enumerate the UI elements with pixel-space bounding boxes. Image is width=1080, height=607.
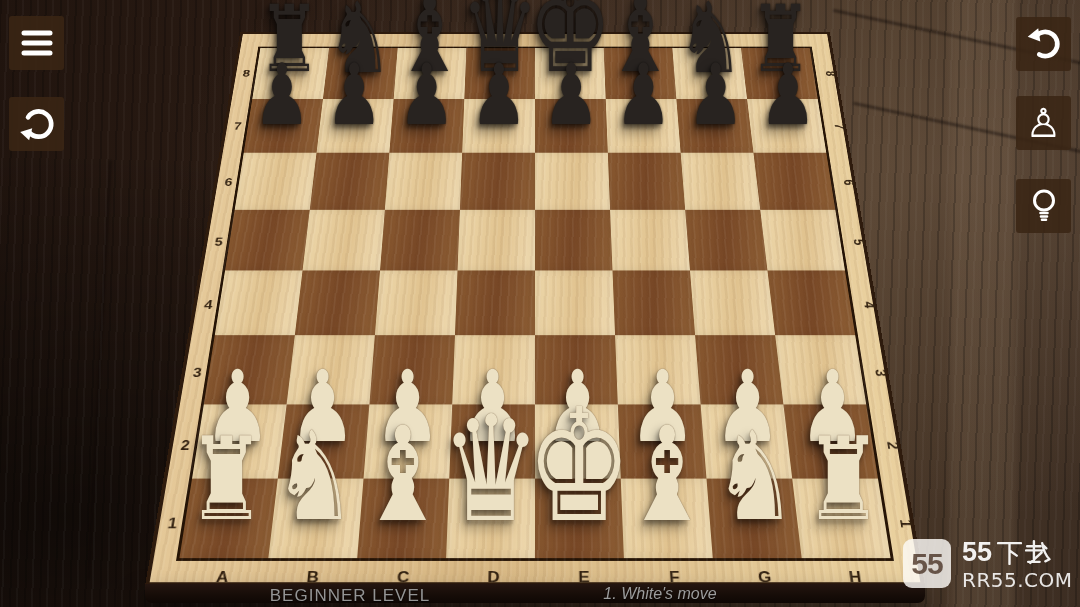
rank-label-right-1: 1 <box>895 519 916 528</box>
piece-black-pawn-e7[interactable]: ♟ <box>542 53 599 137</box>
rank-label-right-4: 4 <box>859 302 878 309</box>
square-f6[interactable] <box>608 153 685 210</box>
piece-white-rook-h1[interactable]: ♜ <box>804 423 882 538</box>
square-c6[interactable] <box>385 153 462 210</box>
rank-label-right-6: 6 <box>839 179 857 185</box>
wood-seam <box>87 160 112 580</box>
rank-label-left-3: 3 <box>192 366 204 381</box>
rank-label-right-3: 3 <box>870 369 889 377</box>
board-front-edge <box>145 584 925 603</box>
piece-black-pawn-h7[interactable]: ♟ <box>759 53 816 137</box>
square-d4[interactable] <box>455 270 535 335</box>
rank-label-right-7: 7 <box>830 124 847 130</box>
square-e4[interactable] <box>535 270 615 335</box>
rotate-board-button[interactable] <box>9 97 64 151</box>
square-d5[interactable] <box>458 210 535 271</box>
rank-label-right-2: 2 <box>882 442 902 450</box>
piece-white-bishop-f1[interactable]: ♝ <box>623 409 712 540</box>
square-g5[interactable] <box>685 210 767 271</box>
level-label: BEGINNER LEVEL <box>270 586 430 606</box>
watermark-logo: 55 <box>903 539 951 588</box>
rank-label-left-8: 8 <box>242 68 252 79</box>
piece-black-pawn-a7[interactable]: ♟ <box>253 53 310 137</box>
watermark-site-name: 55 <box>962 539 1073 566</box>
rank-label-left-7: 7 <box>233 121 243 133</box>
rank-label-right-8: 8 <box>821 71 837 77</box>
cjk-xiazai-glyphs <box>995 539 1051 566</box>
rank-label-left-6: 6 <box>224 176 234 189</box>
square-f5[interactable] <box>610 210 690 271</box>
rank-label-left-5: 5 <box>214 235 225 249</box>
piece-black-pawn-d7[interactable]: ♟ <box>470 53 527 137</box>
watermark: 55 55 RR55.COM <box>903 539 1073 592</box>
square-d6[interactable] <box>460 153 535 210</box>
hamburger-icon <box>18 26 56 60</box>
rank-label-right-5: 5 <box>849 239 867 246</box>
watermark-url: RR55.COM <box>962 568 1073 592</box>
menu-button[interactable] <box>9 16 64 70</box>
piece-black-pawn-g7[interactable]: ♟ <box>687 53 744 137</box>
square-a6[interactable] <box>235 153 317 210</box>
hint-button[interactable] <box>1016 179 1071 233</box>
watermark-logo-text: 55 <box>911 547 942 581</box>
piece-black-pawn-c7[interactable]: ♟ <box>398 53 455 137</box>
piece-white-rook-a1[interactable]: ♜ <box>188 423 266 538</box>
square-b6[interactable] <box>310 153 390 210</box>
chess-app-screen: 1122334455667788ABCDEFGH ♜♞♝♛♚♝♞♜♟♟♟♟♟♟♟… <box>0 0 1080 607</box>
piece-white-knight-g1[interactable]: ♞ <box>714 416 797 539</box>
square-c5[interactable] <box>380 210 460 271</box>
square-g6[interactable] <box>681 153 761 210</box>
square-h5[interactable] <box>760 210 845 271</box>
piece-white-knight-b1[interactable]: ♞ <box>273 416 356 539</box>
piece-black-pawn-f7[interactable]: ♟ <box>615 53 672 137</box>
move-status: 1. White's move <box>603 585 716 603</box>
rank-label-left-4: 4 <box>203 298 214 312</box>
piece-white-king-e1[interactable]: ♚ <box>526 388 632 544</box>
square-c4[interactable] <box>375 270 458 335</box>
piece-white-bishop-c1[interactable]: ♝ <box>358 409 447 540</box>
square-a5[interactable] <box>225 210 310 271</box>
rotate-icon <box>16 103 58 145</box>
square-b4[interactable] <box>295 270 380 335</box>
square-e6[interactable] <box>535 153 610 210</box>
square-e5[interactable] <box>535 210 612 271</box>
rank-label-left-1: 1 <box>166 515 179 533</box>
lightbulb-icon <box>1024 185 1064 227</box>
square-f4[interactable] <box>612 270 695 335</box>
undo-arrow-icon <box>1023 23 1065 65</box>
square-a4[interactable] <box>215 270 303 335</box>
undo-move-button[interactable] <box>1016 17 1071 71</box>
square-h6[interactable] <box>753 153 835 210</box>
piece-style-button[interactable]: ♙ <box>1016 96 1071 150</box>
piece-black-pawn-b7[interactable]: ♟ <box>326 53 383 137</box>
pawn-icon: ♙ <box>1026 103 1062 143</box>
square-g4[interactable] <box>690 270 775 335</box>
square-b5[interactable] <box>303 210 385 271</box>
square-h4[interactable] <box>767 270 855 335</box>
